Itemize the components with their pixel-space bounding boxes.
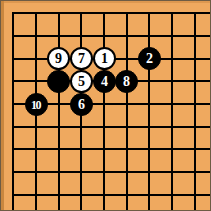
stone-black-8: 8 [115, 70, 138, 93]
stone-number: 8 [123, 74, 130, 88]
stone-white-5: 5 [70, 70, 93, 93]
grid-line-vertical [194, 12, 196, 210]
stone-number: 10 [31, 98, 40, 110]
grid-line-vertical [103, 12, 105, 210]
stone-number: 4 [101, 74, 108, 88]
grid-line-vertical [12, 12, 14, 210]
grid-line-vertical [126, 12, 128, 210]
grid-line-horizontal [12, 171, 210, 173]
grid-line-vertical [58, 12, 60, 210]
grid-line-horizontal [12, 194, 210, 196]
stone-white-7: 7 [70, 47, 93, 70]
grid-line-horizontal [12, 12, 210, 14]
stone-number: 6 [78, 97, 85, 111]
board-edge-shading-top [1, 1, 210, 3]
board-edge-shading-left [1, 1, 4, 210]
stone-number: 2 [146, 51, 153, 65]
go-board-diagram: 1245678910 [0, 0, 211, 211]
stone-black-10: 10 [25, 93, 48, 116]
stone-white-1: 1 [93, 47, 116, 70]
grid-line-vertical [171, 12, 173, 210]
stone-black-unnumbered [47, 70, 70, 93]
grid-line-vertical [148, 12, 150, 210]
stone-black-2: 2 [138, 47, 161, 70]
stone-number: 1 [101, 51, 108, 65]
grid-line-horizontal [12, 35, 210, 37]
stone-number: 9 [55, 51, 62, 65]
stone-number: 7 [78, 51, 85, 65]
stone-black-6: 6 [70, 93, 93, 116]
stone-number: 5 [78, 74, 85, 88]
stone-black-4: 4 [93, 70, 116, 93]
stone-white-9: 9 [47, 47, 70, 70]
grid-line-horizontal [12, 126, 210, 128]
grid-line-horizontal [12, 148, 210, 150]
